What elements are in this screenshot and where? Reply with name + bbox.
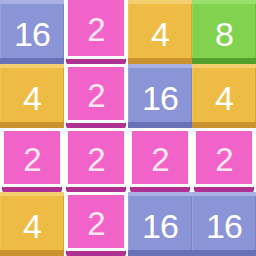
tile-r1c1-value-16[interactable]: 16	[0, 0, 64, 64]
tile-number: 2	[23, 140, 40, 176]
tile-number: 2	[87, 140, 104, 176]
tile-number: 2	[151, 140, 168, 176]
highlighted-tile-face: 2	[65, 192, 127, 251]
tile-number: 8	[215, 14, 233, 51]
highlighted-tile-face: 2	[65, 64, 127, 123]
tile-number: 16	[142, 78, 178, 115]
highlighted-tile-face: 2	[129, 128, 191, 187]
tile-r2c3-value-16[interactable]: 16	[128, 64, 192, 128]
tile-number: 16	[14, 14, 50, 51]
tile-number: 2	[87, 204, 104, 240]
tile-r4c2-value-2[interactable]: 2	[64, 192, 128, 256]
tile-number: 4	[23, 206, 41, 243]
tile-number: 4	[215, 78, 233, 115]
tile-number: 16	[206, 206, 242, 243]
highlighted-tile-face: 2	[1, 128, 63, 187]
tile-number: 16	[142, 206, 178, 243]
tile-r4c3-value-16[interactable]: 16	[128, 192, 192, 256]
tile-r3c3-value-2[interactable]: 2	[128, 128, 192, 192]
highlighted-tile-face: 2	[65, 128, 127, 187]
tile-r4c1-value-4[interactable]: 4	[0, 192, 64, 256]
tile-r1c4-value-8[interactable]: 8	[192, 0, 256, 64]
tile-r4c4-value-16[interactable]: 16	[192, 192, 256, 256]
puzzle-board: 16248421642222421616	[0, 0, 256, 256]
tile-r2c4-value-4[interactable]: 4	[192, 64, 256, 128]
tile-number: 2	[87, 76, 104, 112]
tile-r2c1-value-4[interactable]: 4	[0, 64, 64, 128]
tile-r3c4-value-2[interactable]: 2	[192, 128, 256, 192]
tile-r1c2-value-2[interactable]: 2	[64, 0, 128, 64]
tile-r3c2-value-2[interactable]: 2	[64, 128, 128, 192]
tile-number: 2	[215, 140, 232, 176]
tile-r2c2-value-2[interactable]: 2	[64, 64, 128, 128]
tile-number: 4	[151, 14, 169, 51]
tile-r1c3-value-4[interactable]: 4	[128, 0, 192, 64]
tile-number: 2	[87, 10, 104, 46]
highlighted-tile-face: 2	[193, 128, 255, 187]
highlighted-tile-face: 2	[65, 0, 127, 59]
tile-r3c1-value-2[interactable]: 2	[0, 128, 64, 192]
tile-number: 4	[23, 78, 41, 115]
